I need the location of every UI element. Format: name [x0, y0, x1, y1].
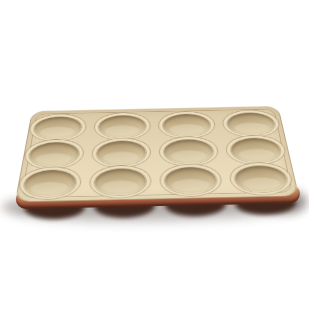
pan-top — [15, 106, 299, 202]
cup-cavity — [98, 115, 146, 138]
muffin-cup — [160, 164, 222, 197]
cup-cavity — [27, 142, 80, 167]
product-photo — [0, 0, 309, 309]
muffin-cup — [89, 165, 150, 198]
muffin-cup — [222, 110, 281, 138]
muffin-cup — [94, 113, 150, 141]
cup-cavity — [163, 114, 212, 137]
cup-cavity — [96, 141, 146, 166]
cup-cavity — [233, 165, 289, 192]
cup-cavity — [164, 167, 217, 195]
muffin-cup — [17, 167, 81, 200]
muffin-cup — [23, 139, 84, 169]
cup-cavity — [22, 170, 77, 198]
cup-cavity — [94, 168, 146, 196]
muffin-cup — [160, 136, 219, 166]
muffin-cup — [92, 138, 150, 168]
muffin-cup — [229, 162, 294, 195]
cup-grid — [12, 110, 301, 199]
cup-cavity — [32, 116, 82, 139]
muffin-cup — [159, 111, 216, 139]
cup-cavity — [164, 139, 215, 164]
muffin-cup — [225, 135, 287, 165]
cup-cavity — [226, 112, 277, 135]
muffin-cup — [28, 114, 86, 142]
cup-cavity — [229, 138, 282, 163]
muffin-pan — [0, 0, 309, 309]
